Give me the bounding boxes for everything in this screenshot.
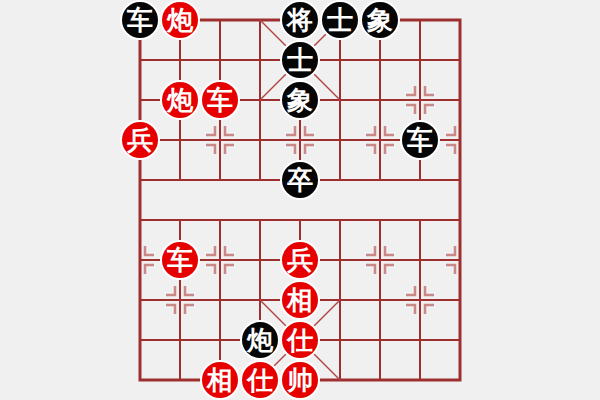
position-mark bbox=[225, 126, 234, 135]
red-cannon-piece[interactable]: 炮 bbox=[160, 0, 200, 40]
red-chariot-piece[interactable]: 车 bbox=[160, 240, 200, 280]
position-mark bbox=[446, 246, 455, 255]
position-mark bbox=[446, 145, 455, 154]
position-mark bbox=[366, 246, 375, 255]
position-mark bbox=[225, 246, 234, 255]
position-mark bbox=[286, 126, 295, 135]
position-mark bbox=[225, 145, 234, 154]
position-mark bbox=[425, 105, 434, 114]
black-elephant-piece[interactable]: 象 bbox=[280, 80, 320, 120]
position-mark bbox=[406, 286, 415, 295]
position-mark bbox=[385, 246, 394, 255]
position-mark bbox=[206, 246, 215, 255]
black-king-piece[interactable]: 将 bbox=[280, 0, 320, 40]
red-king-piece[interactable]: 帅 bbox=[280, 360, 320, 400]
black-cannon-piece[interactable]: 炮 bbox=[240, 320, 280, 360]
position-mark bbox=[286, 145, 295, 154]
black-chariot-piece[interactable]: 车 bbox=[400, 120, 440, 160]
position-mark bbox=[425, 86, 434, 95]
position-mark bbox=[206, 145, 215, 154]
position-mark bbox=[145, 265, 154, 274]
position-mark bbox=[406, 105, 415, 114]
position-mark bbox=[406, 86, 415, 95]
position-mark bbox=[446, 265, 455, 274]
black-advisor-piece[interactable]: 士 bbox=[320, 0, 360, 40]
position-mark bbox=[166, 305, 175, 314]
position-mark bbox=[305, 145, 314, 154]
position-mark bbox=[206, 265, 215, 274]
black-advisor-piece[interactable]: 士 bbox=[280, 40, 320, 80]
black-elephant-piece[interactable]: 象 bbox=[360, 0, 400, 40]
position-mark bbox=[385, 265, 394, 274]
position-mark bbox=[385, 145, 394, 154]
position-mark bbox=[206, 126, 215, 135]
position-mark bbox=[425, 305, 434, 314]
red-elephant-piece[interactable]: 相 bbox=[200, 360, 240, 400]
position-mark bbox=[185, 305, 194, 314]
red-chariot-piece[interactable]: 车 bbox=[200, 80, 240, 120]
xiangqi-board: 车炮将士象士炮车象兵车卒车兵相炮仕相仕帅 bbox=[0, 0, 600, 400]
black-pawn-piece[interactable]: 卒 bbox=[280, 160, 320, 200]
red-pawn-piece[interactable]: 兵 bbox=[120, 120, 160, 160]
position-mark bbox=[225, 265, 234, 274]
position-mark bbox=[406, 305, 415, 314]
position-mark bbox=[385, 126, 394, 135]
position-mark bbox=[166, 286, 175, 295]
position-mark bbox=[305, 126, 314, 135]
position-mark bbox=[446, 126, 455, 135]
red-cannon-piece[interactable]: 炮 bbox=[160, 80, 200, 120]
position-mark bbox=[185, 286, 194, 295]
position-mark bbox=[366, 265, 375, 274]
position-mark bbox=[145, 246, 154, 255]
red-advisor-piece[interactable]: 仕 bbox=[280, 320, 320, 360]
red-pawn-piece[interactable]: 兵 bbox=[280, 240, 320, 280]
black-chariot-piece[interactable]: 车 bbox=[120, 0, 160, 40]
red-advisor-piece[interactable]: 仕 bbox=[240, 360, 280, 400]
position-mark bbox=[425, 286, 434, 295]
red-elephant-piece[interactable]: 相 bbox=[280, 280, 320, 320]
position-mark bbox=[366, 126, 375, 135]
position-mark bbox=[366, 145, 375, 154]
